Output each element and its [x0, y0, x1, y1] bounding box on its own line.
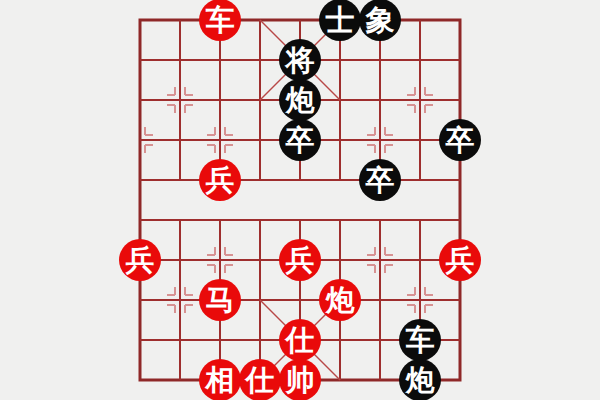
board-cell[interactable]: 车	[400, 320, 440, 360]
red-elephant[interactable]: 相	[199, 359, 241, 400]
red-soldier[interactable]: 兵	[439, 239, 481, 281]
board-cell[interactable]: 马	[200, 280, 240, 320]
red-soldier[interactable]: 兵	[199, 159, 241, 201]
board-cell[interactable]: 帅	[280, 360, 320, 400]
board-cell[interactable]	[400, 240, 440, 280]
board-cell[interactable]	[240, 160, 280, 200]
board-cell[interactable]	[160, 320, 200, 360]
board-cell[interactable]	[440, 200, 480, 240]
board-cell[interactable]	[320, 80, 360, 120]
board-cell[interactable]: 卒	[360, 160, 400, 200]
board-cell[interactable]	[280, 160, 320, 200]
black-advisor[interactable]: 士	[319, 0, 361, 41]
board-cell[interactable]: 炮	[320, 280, 360, 320]
board-cell[interactable]: 兵	[440, 240, 480, 280]
board-cell[interactable]	[200, 120, 240, 160]
board-cell[interactable]	[440, 40, 480, 80]
board-cell[interactable]	[320, 240, 360, 280]
red-cannon[interactable]: 炮	[319, 279, 361, 321]
board-cell[interactable]: 兵	[200, 160, 240, 200]
board-cell[interactable]	[440, 80, 480, 120]
black-soldier[interactable]: 卒	[279, 119, 321, 161]
board-cell[interactable]	[440, 320, 480, 360]
board-cell[interactable]	[200, 200, 240, 240]
board-cell[interactable]	[120, 320, 160, 360]
board-cell[interactable]	[360, 360, 400, 400]
board-cell[interactable]	[280, 0, 320, 40]
board-cell[interactable]	[400, 120, 440, 160]
board-cell[interactable]	[160, 240, 200, 280]
board-cell[interactable]	[240, 280, 280, 320]
board-cell[interactable]	[360, 240, 400, 280]
board-cell[interactable]	[120, 160, 160, 200]
board-cell[interactable]	[240, 120, 280, 160]
board-cell[interactable]: 仕	[240, 360, 280, 400]
red-general[interactable]: 帅	[279, 359, 321, 400]
board-cell[interactable]: 将	[280, 40, 320, 80]
board-cell[interactable]: 车	[200, 0, 240, 40]
red-advisor[interactable]: 仕	[279, 319, 321, 361]
board-cell[interactable]	[280, 200, 320, 240]
board-cell[interactable]: 炮	[400, 360, 440, 400]
board-cell[interactable]	[440, 0, 480, 40]
board-cell[interactable]	[120, 200, 160, 240]
board-cell[interactable]	[360, 320, 400, 360]
board-cell[interactable]: 兵	[120, 240, 160, 280]
board-cell[interactable]	[120, 40, 160, 80]
red-soldier[interactable]: 兵	[119, 239, 161, 281]
board-cell[interactable]: 卒	[440, 120, 480, 160]
board-cell[interactable]	[320, 160, 360, 200]
board-cell[interactable]: 兵	[280, 240, 320, 280]
board-cell[interactable]	[160, 200, 200, 240]
red-chariot[interactable]: 车	[199, 0, 241, 41]
board-cell[interactable]	[400, 40, 440, 80]
board-cell[interactable]	[120, 120, 160, 160]
board-cell[interactable]	[440, 160, 480, 200]
board-cell[interactable]: 卒	[280, 120, 320, 160]
board-cell[interactable]	[160, 120, 200, 160]
board-cell[interactable]	[440, 360, 480, 400]
board-cell[interactable]: 相	[200, 360, 240, 400]
board-cell[interactable]	[240, 80, 280, 120]
board-cell[interactable]	[160, 0, 200, 40]
black-elephant[interactable]: 象	[359, 0, 401, 41]
board-cell[interactable]	[240, 320, 280, 360]
black-chariot[interactable]: 车	[399, 319, 441, 361]
board-cell[interactable]	[400, 80, 440, 120]
board-cell[interactable]	[120, 80, 160, 120]
board-cell[interactable]	[400, 160, 440, 200]
board-cell[interactable]	[360, 280, 400, 320]
board-cell[interactable]	[160, 160, 200, 200]
board-cell[interactable]	[240, 200, 280, 240]
black-cannon[interactable]: 炮	[399, 359, 441, 400]
black-soldier[interactable]: 卒	[359, 159, 401, 201]
board-cell[interactable]	[400, 280, 440, 320]
board-cell[interactable]	[440, 280, 480, 320]
board-cell[interactable]: 仕	[280, 320, 320, 360]
red-soldier[interactable]: 兵	[279, 239, 321, 281]
board-cell[interactable]	[360, 200, 400, 240]
board-cell[interactable]	[200, 240, 240, 280]
board-cell[interactable]	[200, 320, 240, 360]
board-cell[interactable]	[400, 200, 440, 240]
board-cell[interactable]	[240, 240, 280, 280]
board-cell[interactable]	[400, 0, 440, 40]
board-cell[interactable]	[160, 40, 200, 80]
board-cell[interactable]	[360, 120, 400, 160]
board-cell[interactable]: 象	[360, 0, 400, 40]
xiangqi-screenshot: 车士象将炮卒卒兵卒兵兵兵马炮仕车相仕帅炮	[0, 0, 600, 400]
board-cell[interactable]	[160, 360, 200, 400]
board-cell[interactable]	[240, 0, 280, 40]
board-cell[interactable]	[240, 40, 280, 80]
board-cell[interactable]	[320, 200, 360, 240]
board-cell[interactable]: 士	[320, 0, 360, 40]
board-cell[interactable]	[120, 360, 160, 400]
board-cell[interactable]	[320, 360, 360, 400]
board-cell[interactable]	[160, 80, 200, 120]
board-cell[interactable]	[320, 120, 360, 160]
red-horse[interactable]: 马	[199, 279, 241, 321]
board-cell[interactable]: 炮	[280, 80, 320, 120]
board-cell[interactable]	[200, 80, 240, 120]
board-cell[interactable]	[120, 280, 160, 320]
board-cell[interactable]	[320, 40, 360, 80]
board-cell[interactable]	[280, 280, 320, 320]
black-cannon[interactable]: 炮	[279, 79, 321, 121]
board-cell[interactable]	[120, 0, 160, 40]
board-cell[interactable]	[320, 320, 360, 360]
black-soldier[interactable]: 卒	[439, 119, 481, 161]
red-advisor[interactable]: 仕	[239, 359, 281, 400]
board-cell[interactable]	[160, 280, 200, 320]
black-general[interactable]: 将	[279, 39, 321, 81]
board-cell[interactable]	[200, 40, 240, 80]
xiangqi-board: 车士象将炮卒卒兵卒兵兵兵马炮仕车相仕帅炮	[120, 0, 480, 400]
board-cell[interactable]	[360, 40, 400, 80]
board-cell[interactable]	[360, 80, 400, 120]
